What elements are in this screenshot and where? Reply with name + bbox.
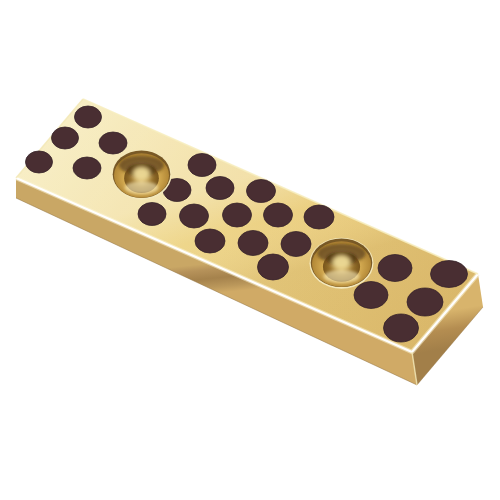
countersunk-hole <box>112 150 172 200</box>
graphite-plug <box>52 127 79 149</box>
wear-plate-photo <box>0 0 500 500</box>
graphite-plug <box>247 180 276 203</box>
graphite-plug <box>188 154 216 177</box>
graphite-plug <box>99 132 127 154</box>
graphite-plug <box>281 232 311 257</box>
graphite-plug <box>431 261 468 288</box>
graphite-plug <box>138 203 166 226</box>
graphite-plug <box>258 254 289 280</box>
graphite-plug <box>195 229 225 253</box>
graphite-plug <box>238 231 268 256</box>
photo-canvas <box>0 0 500 500</box>
graphite-plug <box>75 106 102 128</box>
graphite-plug <box>223 203 252 227</box>
graphite-plug <box>384 314 419 342</box>
graphite-plug <box>26 151 53 173</box>
graphite-plug <box>407 288 443 316</box>
graphite-plug <box>206 177 234 200</box>
graphite-plug <box>180 204 209 228</box>
graphite-plug <box>264 203 293 227</box>
graphite-plug <box>354 282 388 309</box>
graphite-plug <box>378 255 412 282</box>
graphite-plug <box>73 157 101 179</box>
graphite-plug <box>304 205 334 229</box>
countersunk-hole <box>310 238 374 289</box>
